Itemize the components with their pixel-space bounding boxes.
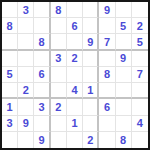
cell-r7c2-empty[interactable] (18, 99, 34, 115)
cell-r6c5-given-4[interactable]: 4 (67, 83, 83, 99)
cell-r7c5-empty[interactable] (67, 99, 83, 115)
cell-r2c6-empty[interactable] (83, 18, 99, 34)
cell-r2c9-given-2[interactable]: 2 (132, 18, 148, 34)
cell-r2c4-empty[interactable] (51, 18, 67, 34)
cell-r9c4-empty[interactable] (51, 132, 67, 148)
cell-r8c5-given-1[interactable]: 1 (67, 116, 83, 132)
cell-r9c3-given-9[interactable]: 9 (34, 132, 50, 148)
cell-r5c2-empty[interactable] (18, 67, 34, 83)
cell-r5c5-empty[interactable] (67, 67, 83, 83)
cell-r4c3-empty[interactable] (34, 51, 50, 67)
cell-r3c3-given-8[interactable]: 8 (34, 34, 50, 50)
cell-r4c2-empty[interactable] (18, 51, 34, 67)
cell-r2c5-given-6[interactable]: 6 (67, 18, 83, 34)
cell-r2c7-empty[interactable] (99, 18, 115, 34)
cell-r8c6-empty[interactable] (83, 116, 99, 132)
cell-r2c3-empty[interactable] (34, 18, 50, 34)
cell-r3c6-given-9[interactable]: 9 (83, 34, 99, 50)
cell-r6c3-empty[interactable] (34, 83, 50, 99)
cell-r9c6-given-2[interactable]: 2 (83, 132, 99, 148)
cell-r7c3-given-3[interactable]: 3 (34, 99, 50, 115)
cell-r8c8-empty[interactable] (116, 116, 132, 132)
cell-r5c8-empty[interactable] (116, 67, 132, 83)
cell-r2c1-given-8[interactable]: 8 (2, 18, 18, 34)
cell-r9c7-empty[interactable] (99, 132, 115, 148)
cell-r8c1-given-3[interactable]: 3 (2, 116, 18, 132)
cell-r1c5-empty[interactable] (67, 2, 83, 18)
cell-r1c2-given-3[interactable]: 3 (18, 2, 34, 18)
cell-r4c7-empty[interactable] (99, 51, 115, 67)
cell-r4c5-given-2[interactable]: 2 (67, 51, 83, 67)
cell-r5c9-given-7[interactable]: 7 (132, 67, 148, 83)
cell-r6c7-empty[interactable] (99, 83, 115, 99)
cell-r8c9-given-4[interactable]: 4 (132, 116, 148, 132)
cell-r5c3-given-6[interactable]: 6 (34, 67, 50, 83)
cell-r1c7-given-9[interactable]: 9 (99, 2, 115, 18)
cell-r9c8-given-8[interactable]: 8 (116, 132, 132, 148)
cell-r7c6-empty[interactable] (83, 99, 99, 115)
cell-r2c2-empty[interactable] (18, 18, 34, 34)
cell-r3c8-empty[interactable] (116, 34, 132, 50)
cell-r8c2-given-9[interactable]: 9 (18, 116, 34, 132)
cell-r3c5-empty[interactable] (67, 34, 83, 50)
cell-r6c1-empty[interactable] (2, 83, 18, 99)
cell-r1c3-empty[interactable] (34, 2, 50, 18)
cell-r5c6-empty[interactable] (83, 67, 99, 83)
cell-r4c1-empty[interactable] (2, 51, 18, 67)
cell-r7c9-empty[interactable] (132, 99, 148, 115)
cell-r5c1-given-5[interactable]: 5 (2, 67, 18, 83)
cell-r8c3-empty[interactable] (34, 116, 50, 132)
sudoku-board: 38986528975329568724113263914928 (0, 0, 150, 150)
cell-r3c4-empty[interactable] (51, 34, 67, 50)
cell-r4c4-given-3[interactable]: 3 (51, 51, 67, 67)
cell-r1c1-empty[interactable] (2, 2, 18, 18)
cell-r3c9-given-5[interactable]: 5 (132, 34, 148, 50)
cell-r5c7-given-8[interactable]: 8 (99, 67, 115, 83)
cell-r4c6-empty[interactable] (83, 51, 99, 67)
cell-r9c2-empty[interactable] (18, 132, 34, 148)
cell-r3c7-given-7[interactable]: 7 (99, 34, 115, 50)
cell-r7c4-given-2[interactable]: 2 (51, 99, 67, 115)
cell-r8c7-empty[interactable] (99, 116, 115, 132)
cell-r7c7-given-6[interactable]: 6 (99, 99, 115, 115)
cell-r6c4-empty[interactable] (51, 83, 67, 99)
cell-r2c8-given-5[interactable]: 5 (116, 18, 132, 34)
cell-r1c8-empty[interactable] (116, 2, 132, 18)
cell-r4c8-given-9[interactable]: 9 (116, 51, 132, 67)
cell-r7c8-empty[interactable] (116, 99, 132, 115)
cell-r1c6-empty[interactable] (83, 2, 99, 18)
cell-r6c2-given-2[interactable]: 2 (18, 83, 34, 99)
cell-r5c4-empty[interactable] (51, 67, 67, 83)
cell-r6c6-given-1[interactable]: 1 (83, 83, 99, 99)
cell-r1c9-empty[interactable] (132, 2, 148, 18)
cell-r8c4-empty[interactable] (51, 116, 67, 132)
cell-r7c1-given-1[interactable]: 1 (2, 99, 18, 115)
cell-r9c9-empty[interactable] (132, 132, 148, 148)
cell-r6c8-empty[interactable] (116, 83, 132, 99)
cell-r1c4-given-8[interactable]: 8 (51, 2, 67, 18)
cell-r4c9-empty[interactable] (132, 51, 148, 67)
cell-r9c1-empty[interactable] (2, 132, 18, 148)
cell-r3c1-empty[interactable] (2, 34, 18, 50)
cell-r9c5-empty[interactable] (67, 132, 83, 148)
cell-r6c9-empty[interactable] (132, 83, 148, 99)
cell-r3c2-empty[interactable] (18, 34, 34, 50)
